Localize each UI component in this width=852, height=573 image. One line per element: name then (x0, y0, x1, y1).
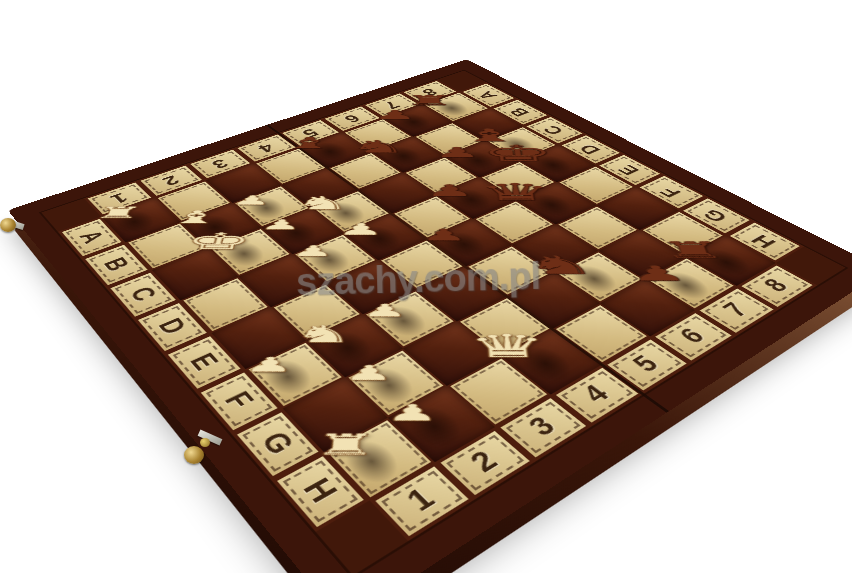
square-c1[interactable] (152, 248, 238, 300)
piece-shadow (563, 261, 626, 298)
square-d1[interactable] (183, 278, 267, 331)
piece-white-knight-f2[interactable]: ♞ (352, 323, 354, 345)
square-g4[interactable] (460, 298, 549, 354)
file-label-near-h: H (277, 456, 364, 527)
square-h3[interactable] (450, 359, 547, 425)
brass-clasp-left (0, 210, 30, 244)
frame-corner (316, 500, 408, 573)
watermark-text: szachy.com.pl (295, 255, 540, 304)
square-g6[interactable]: ♞ (557, 252, 641, 301)
square-h1[interactable]: ♜ (328, 420, 432, 497)
piece-white-pawn-f1[interactable]: ♟ (293, 355, 296, 374)
piece-black-knight-g6[interactable]: ♞ (592, 253, 598, 277)
piece-black-pawn-h7[interactable]: ♟ (682, 264, 689, 283)
piece-shadow (372, 301, 436, 343)
chess-board: ABCDEFGH8♜♝♚♜87♟♟♛♟76♞♟♞65♝♟54♞♟♛43♟♟♟♟3… (8, 59, 852, 573)
rank-label-near-3: 3 (500, 398, 586, 457)
rank-label-near-6: 6 (655, 313, 731, 360)
piece-shadow (509, 340, 584, 390)
clasp-plate-icon (0, 218, 16, 232)
square-h8[interactable]: ♜ (686, 236, 776, 286)
square-g2[interactable]: ♟ (348, 351, 443, 416)
square-g3[interactable] (403, 322, 502, 386)
file-label-near-d: D (138, 303, 207, 351)
brass-clasp-front (182, 432, 232, 478)
piece-shadow (355, 361, 424, 410)
square-e1[interactable] (211, 307, 306, 369)
square-h2[interactable]: ♟ (388, 386, 495, 462)
board-grid: ABCDEFGH8♜♝♚♜87♟♟♛♟76♞♟♞65♝♟54♞♟♛43♟♟♟♟3… (41, 71, 845, 573)
rank-label-near-2: 2 (440, 431, 529, 495)
clasp-plate-icon (184, 446, 204, 464)
clasp-ring-icon (200, 438, 210, 447)
piece-white-pawn-g2[interactable]: ♟ (393, 363, 394, 383)
piece-shadow (335, 433, 410, 492)
square-h5[interactable] (556, 305, 647, 362)
piece-black-rook-h8[interactable]: ♜ (720, 240, 729, 261)
board-frame: ABCDEFGH8♜♝♚♜87♟♟♛♟76♞♟♞65♝♟54♞♟♛43♟♟♟♟3… (39, 70, 849, 573)
file-label-near-b: B (85, 245, 147, 285)
frame-corner (776, 246, 846, 285)
rank-label-near-5: 5 (607, 339, 686, 390)
square-g1[interactable] (283, 377, 388, 452)
piece-white-pawn-d3[interactable]: ♟ (333, 244, 335, 258)
file-label-near-c: C (110, 273, 175, 317)
piece-white-rook-h1[interactable]: ♜ (377, 431, 379, 458)
rank-label-near-1: 1 (375, 466, 468, 536)
square-h7[interactable]: ♟ (648, 258, 734, 308)
piece-shadow (654, 267, 719, 305)
rank-label-near-8: 8 (741, 265, 812, 306)
square-h4[interactable]: ♛ (502, 329, 603, 395)
rank-label-near-4: 4 (556, 368, 638, 423)
piece-shadow (255, 353, 322, 401)
file-label-far-h: H (730, 223, 800, 261)
piece-black-king-d8[interactable]: ♚ (551, 143, 555, 164)
rank-label-near-7: 7 (700, 289, 774, 333)
piece-white-queen-h4[interactable]: ♛ (545, 331, 550, 361)
square-h6[interactable] (600, 279, 695, 336)
piece-white-king-c2[interactable]: ♚ (248, 230, 254, 252)
square-f1[interactable]: ♟ (249, 343, 342, 406)
file-label-near-f: F (201, 372, 278, 430)
piece-shadow (395, 398, 473, 456)
square-f2[interactable]: ♞ (306, 314, 403, 377)
photo-stage: ABCDEFGH8♜♝♚♜87♟♟♛♟76♞♟♞65♝♟54♞♟♛43♟♟♟♟3… (0, 0, 852, 573)
file-label-near-g: G (237, 412, 318, 476)
piece-shadow (313, 325, 383, 373)
file-label-near-e: E (168, 336, 241, 389)
